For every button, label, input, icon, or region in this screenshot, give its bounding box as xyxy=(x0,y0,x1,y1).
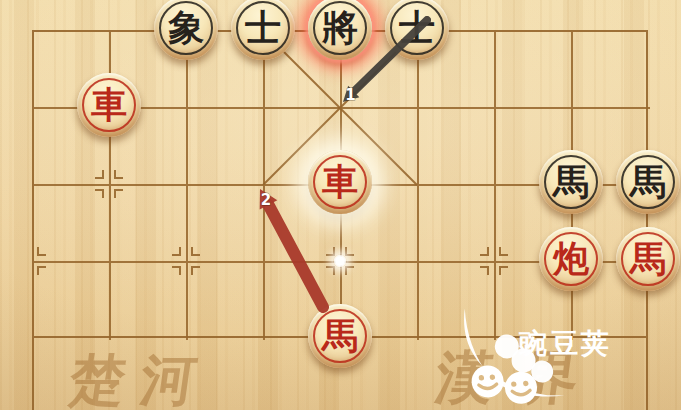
move-arrow-2 xyxy=(268,205,323,307)
move-number-label: 2 xyxy=(261,191,271,209)
move-number-label: 1 xyxy=(345,86,355,104)
move-arrow-1 xyxy=(354,20,427,92)
wandoujia-watermark-text: 豌豆荚 xyxy=(519,325,612,363)
xiangqi-game-screen: 楚河 漢界 象士將士車車馬馬炮馬馬 12 豌豆荚 xyxy=(0,0,681,410)
